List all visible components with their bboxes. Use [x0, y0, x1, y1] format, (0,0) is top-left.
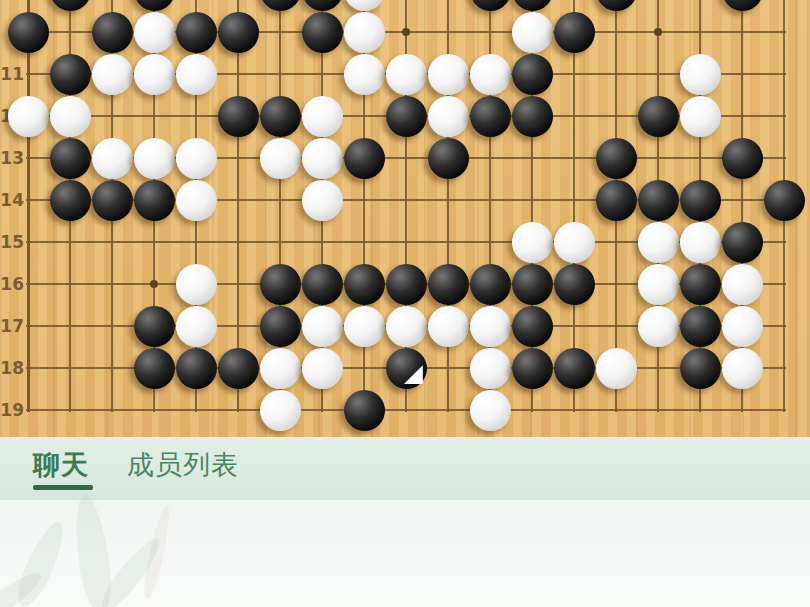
- stone-black: [512, 306, 553, 347]
- stone-white: [470, 306, 511, 347]
- stone-white: [344, 12, 385, 53]
- stone-black: [596, 180, 637, 221]
- stone-black: [302, 264, 343, 305]
- stone-black: [260, 0, 301, 11]
- row-coordinate-label: 18: [0, 358, 24, 378]
- stone-white: [680, 96, 721, 137]
- stone-white: [722, 306, 763, 347]
- stone-black: [428, 264, 469, 305]
- stone-white: [260, 348, 301, 389]
- stone-white: [722, 264, 763, 305]
- row-coordinate-label: 11: [0, 64, 24, 84]
- stone-white: [554, 222, 595, 263]
- stone-black: [344, 264, 385, 305]
- stone-black: [680, 264, 721, 305]
- tab-chat[interactable]: 聊天: [33, 447, 89, 483]
- stone-white: [428, 54, 469, 95]
- stone-white: [134, 54, 175, 95]
- stone-black: [722, 138, 763, 179]
- stone-black: [764, 180, 805, 221]
- row-coordinate-label: 19: [0, 400, 24, 420]
- stone-black: [134, 306, 175, 347]
- stone-white: [50, 96, 91, 137]
- stone-white: [428, 306, 469, 347]
- stone-white: [302, 306, 343, 347]
- stone-black: [470, 0, 511, 11]
- stone-white: [344, 306, 385, 347]
- stone-white: [680, 222, 721, 263]
- stone-white: [302, 180, 343, 221]
- stone-black: [680, 180, 721, 221]
- stone-black: [134, 348, 175, 389]
- row-coordinate-label: 17: [0, 316, 24, 336]
- stone-black: [50, 138, 91, 179]
- stone-black: [512, 54, 553, 95]
- stone-white: [638, 306, 679, 347]
- stone-white: [470, 54, 511, 95]
- stone-black: [512, 348, 553, 389]
- stone-black: [50, 180, 91, 221]
- stone-white: [260, 138, 301, 179]
- row-coordinate-label: 14: [0, 190, 24, 210]
- stone-black: [638, 180, 679, 221]
- stone-white: [428, 96, 469, 137]
- stone-white: [8, 96, 49, 137]
- lower-panel: [0, 500, 810, 607]
- stone-white: [596, 348, 637, 389]
- go-app-screen: 111213141516171819 聊天 成员列表: [0, 0, 810, 607]
- stone-white: [92, 54, 133, 95]
- stone-black: [176, 348, 217, 389]
- go-board[interactable]: 111213141516171819: [0, 0, 810, 437]
- stone-white: [344, 54, 385, 95]
- stone-black: [8, 12, 49, 53]
- stone-black: [134, 0, 175, 11]
- stone-white: [680, 54, 721, 95]
- stone-white: [470, 390, 511, 431]
- star-point: [402, 28, 410, 36]
- stone-white: [302, 348, 343, 389]
- stone-black: [722, 222, 763, 263]
- stone-black: [680, 306, 721, 347]
- stone-white: [512, 222, 553, 263]
- stone-black: [428, 138, 469, 179]
- stone-white: [176, 54, 217, 95]
- stone-white: [470, 348, 511, 389]
- stone-black: [260, 264, 301, 305]
- stone-white: [722, 348, 763, 389]
- stone-white: [512, 12, 553, 53]
- stone-black: [218, 348, 259, 389]
- last-move-triangle-marker: [404, 365, 423, 384]
- stone-white: [134, 12, 175, 53]
- stone-white: [176, 180, 217, 221]
- stone-white: [386, 54, 427, 95]
- stone-black: [722, 0, 763, 11]
- stone-white: [344, 0, 385, 11]
- row-coordinate-label: 16: [0, 274, 24, 294]
- stone-black: [596, 138, 637, 179]
- stone-black: [344, 138, 385, 179]
- star-point: [150, 280, 158, 288]
- stone-black: [92, 12, 133, 53]
- stone-white: [638, 264, 679, 305]
- stone-black: [218, 96, 259, 137]
- stone-black: [386, 264, 427, 305]
- tab-bar: 聊天 成员列表: [0, 437, 810, 500]
- stone-black: [470, 96, 511, 137]
- stone-black: [386, 96, 427, 137]
- stone-black: [596, 0, 637, 11]
- stone-white: [302, 96, 343, 137]
- stone-black: [512, 96, 553, 137]
- stone-white: [260, 390, 301, 431]
- stone-black: [176, 12, 217, 53]
- stone-black: [470, 264, 511, 305]
- stone-black: [218, 12, 259, 53]
- stone-white: [302, 138, 343, 179]
- stone-black: [260, 306, 301, 347]
- stone-black: [554, 348, 595, 389]
- stone-white: [176, 306, 217, 347]
- grid-line-horizontal: [26, 409, 786, 411]
- star-point: [654, 28, 662, 36]
- grid-line-vertical: [27, 0, 30, 412]
- stone-black: [554, 264, 595, 305]
- stone-black: [134, 180, 175, 221]
- stone-black: [344, 390, 385, 431]
- stone-white: [638, 222, 679, 263]
- stone-black: [50, 0, 91, 11]
- active-tab-underline: [33, 485, 93, 490]
- stone-black: [554, 12, 595, 53]
- stone-black: [386, 348, 427, 389]
- stone-black: [680, 348, 721, 389]
- row-coordinate-label: 15: [0, 232, 24, 252]
- stone-black: [302, 0, 343, 11]
- stone-white: [176, 138, 217, 179]
- stone-black: [260, 96, 301, 137]
- row-coordinate-label: 13: [0, 148, 24, 168]
- stone-black: [50, 54, 91, 95]
- stone-white: [176, 264, 217, 305]
- stone-black: [512, 0, 553, 11]
- stone-black: [638, 96, 679, 137]
- stone-black: [92, 180, 133, 221]
- tab-member-list[interactable]: 成员列表: [127, 447, 239, 483]
- stone-black: [512, 264, 553, 305]
- stone-white: [134, 138, 175, 179]
- stone-white: [92, 138, 133, 179]
- stone-white: [386, 306, 427, 347]
- stone-black: [302, 12, 343, 53]
